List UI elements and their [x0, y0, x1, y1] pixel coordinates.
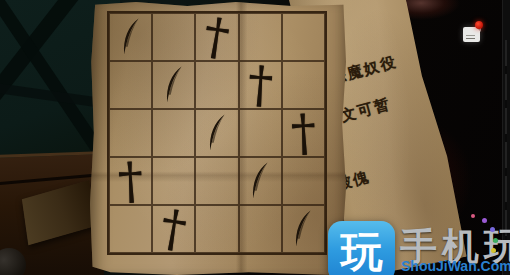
cell-r3c3-feather: [195, 109, 238, 157]
cell-r2c1-empty: [109, 61, 152, 109]
watermark-dot: [482, 218, 487, 223]
cell-r1c2-empty: [152, 13, 195, 61]
cell-r5c2-cross: †: [152, 205, 195, 253]
cell-r5c5-feather: [282, 205, 325, 253]
cell-r1c1-feather: [109, 13, 152, 61]
cell-r3c1-empty: [109, 109, 152, 157]
feather-rune-icon: [118, 17, 144, 56]
cross-rune-icon: †: [117, 160, 144, 201]
game-scene: 被恶魔奴役 符文可暂 石被傀 ††††† 玩 手机玩 ShouJiWan.Com: [0, 0, 510, 275]
puzzle-board-paper[interactable]: †††††: [90, 2, 346, 275]
cell-r5c1-empty: [109, 205, 152, 253]
cell-r2c2-feather: [152, 61, 195, 109]
symbol-grid: †††††: [107, 11, 327, 255]
watermark-dot: [491, 248, 496, 253]
cell-r4c4-feather: [239, 157, 282, 205]
screen-edge-strip: [502, 0, 510, 275]
notification-dot: [475, 21, 483, 29]
cell-r1c3-cross: †: [195, 13, 238, 61]
cross-rune-icon: †: [246, 64, 274, 106]
cell-r1c4-empty: [239, 13, 282, 61]
feather-rune-icon: [290, 209, 316, 248]
cell-r4c1-cross: †: [109, 157, 152, 205]
feather-rune-icon: [204, 113, 230, 152]
cell-r5c3-empty: [195, 205, 238, 253]
cell-r3c2-empty: [152, 109, 195, 157]
journal-icon[interactable]: [463, 24, 485, 44]
cross-rune-icon: †: [290, 112, 317, 153]
document-icon: [463, 27, 480, 42]
cross-rune-icon: †: [158, 207, 189, 250]
cell-r1c5-empty: [282, 13, 325, 61]
cell-r5c4-empty: [239, 205, 282, 253]
cell-r4c2-empty: [152, 157, 195, 205]
feather-rune-icon: [247, 161, 273, 200]
cell-r3c4-empty: [239, 109, 282, 157]
watermark-dot: [490, 227, 495, 232]
cross-rune-icon: †: [202, 15, 233, 58]
cell-r3c5-cross: †: [282, 109, 325, 157]
cell-r4c3-empty: [195, 157, 238, 205]
feather-rune-icon: [161, 65, 187, 104]
wooden-plank: [22, 180, 96, 245]
watermark-dot: [493, 238, 498, 243]
cell-r2c3-empty: [195, 61, 238, 109]
cell-r4c5-empty: [282, 157, 325, 205]
cell-r2c5-empty: [282, 61, 325, 109]
cell-r2c4-cross: †: [239, 61, 282, 109]
